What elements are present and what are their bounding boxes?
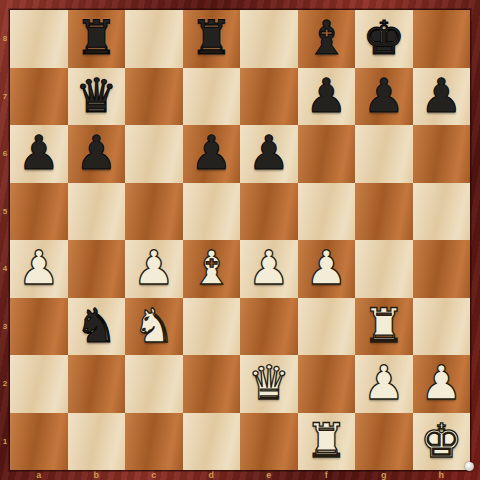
square-f1[interactable]: ♜ — [298, 413, 356, 471]
rank-label-6: 6 — [0, 125, 10, 183]
square-f3[interactable] — [298, 298, 356, 356]
square-f7[interactable]: ♟ — [298, 68, 356, 126]
square-e4[interactable]: ♟ — [240, 240, 298, 298]
board-frame: 87654321 abcdefgh ♜♜♝♚♛♟♟♟♟♟♟♟♟♟♝♟♟♞♞♜♛♟… — [0, 0, 480, 480]
file-label-d: d — [183, 470, 241, 480]
file-label-g: g — [355, 470, 413, 480]
square-e6[interactable]: ♟ — [240, 125, 298, 183]
square-a3[interactable] — [10, 298, 68, 356]
square-d1[interactable] — [183, 413, 241, 471]
black-king[interactable]: ♚ — [363, 14, 405, 61]
file-label-f: f — [298, 470, 356, 480]
square-h7[interactable]: ♟ — [413, 68, 471, 126]
square-g2[interactable]: ♟ — [355, 355, 413, 413]
file-label-e: e — [240, 470, 298, 480]
chess-board: ♜♜♝♚♛♟♟♟♟♟♟♟♟♟♝♟♟♞♞♜♛♟♟♜♚ — [10, 10, 470, 470]
rank-label-7: 7 — [0, 68, 10, 126]
file-labels: abcdefgh — [10, 470, 470, 480]
square-b5[interactable] — [68, 183, 126, 241]
square-b8[interactable]: ♜ — [68, 10, 126, 68]
square-e8[interactable] — [240, 10, 298, 68]
square-e7[interactable] — [240, 68, 298, 126]
black-queen[interactable]: ♛ — [75, 72, 117, 119]
square-c5[interactable] — [125, 183, 183, 241]
white-pawn[interactable]: ♟ — [305, 244, 347, 291]
square-c6[interactable] — [125, 125, 183, 183]
square-a5[interactable] — [10, 183, 68, 241]
white-pawn[interactable]: ♟ — [18, 244, 60, 291]
square-g4[interactable] — [355, 240, 413, 298]
square-a2[interactable] — [10, 355, 68, 413]
white-king[interactable]: ♚ — [420, 417, 462, 464]
square-h5[interactable] — [413, 183, 471, 241]
square-h8[interactable] — [413, 10, 471, 68]
square-f8[interactable]: ♝ — [298, 10, 356, 68]
square-d7[interactable] — [183, 68, 241, 126]
square-g8[interactable]: ♚ — [355, 10, 413, 68]
square-d2[interactable] — [183, 355, 241, 413]
black-pawn[interactable]: ♟ — [420, 72, 462, 119]
square-e3[interactable] — [240, 298, 298, 356]
square-f2[interactable] — [298, 355, 356, 413]
square-h2[interactable]: ♟ — [413, 355, 471, 413]
rank-label-2: 2 — [0, 355, 10, 413]
square-h3[interactable] — [413, 298, 471, 356]
file-label-a: a — [10, 470, 68, 480]
square-g6[interactable] — [355, 125, 413, 183]
white-to-move-indicator — [465, 462, 474, 471]
black-pawn[interactable]: ♟ — [248, 129, 290, 176]
rank-label-3: 3 — [0, 298, 10, 356]
square-d3[interactable] — [183, 298, 241, 356]
square-b6[interactable]: ♟ — [68, 125, 126, 183]
square-c2[interactable] — [125, 355, 183, 413]
white-pawn[interactable]: ♟ — [420, 359, 462, 406]
white-rook[interactable]: ♜ — [363, 302, 405, 349]
black-pawn[interactable]: ♟ — [75, 129, 117, 176]
black-pawn[interactable]: ♟ — [18, 129, 60, 176]
square-a8[interactable] — [10, 10, 68, 68]
square-a4[interactable]: ♟ — [10, 240, 68, 298]
rank-labels: 87654321 — [0, 10, 10, 470]
square-c1[interactable] — [125, 413, 183, 471]
square-c8[interactable] — [125, 10, 183, 68]
rank-label-8: 8 — [0, 10, 10, 68]
square-b4[interactable] — [68, 240, 126, 298]
square-e1[interactable] — [240, 413, 298, 471]
file-label-h: h — [413, 470, 471, 480]
white-pawn[interactable]: ♟ — [133, 244, 175, 291]
square-g5[interactable] — [355, 183, 413, 241]
file-label-c: c — [125, 470, 183, 480]
rank-label-5: 5 — [0, 183, 10, 241]
square-b3[interactable]: ♞ — [68, 298, 126, 356]
rank-label-1: 1 — [0, 413, 10, 471]
square-g3[interactable]: ♜ — [355, 298, 413, 356]
square-f5[interactable] — [298, 183, 356, 241]
square-e5[interactable] — [240, 183, 298, 241]
square-c3[interactable]: ♞ — [125, 298, 183, 356]
square-c7[interactable] — [125, 68, 183, 126]
black-pawn[interactable]: ♟ — [190, 129, 232, 176]
square-b1[interactable] — [68, 413, 126, 471]
white-queen[interactable]: ♛ — [248, 359, 290, 406]
square-f4[interactable]: ♟ — [298, 240, 356, 298]
square-a1[interactable] — [10, 413, 68, 471]
square-g1[interactable] — [355, 413, 413, 471]
black-rook[interactable]: ♜ — [190, 14, 232, 61]
square-d5[interactable] — [183, 183, 241, 241]
square-d6[interactable]: ♟ — [183, 125, 241, 183]
square-b2[interactable] — [68, 355, 126, 413]
square-b7[interactable]: ♛ — [68, 68, 126, 126]
square-c4[interactable]: ♟ — [125, 240, 183, 298]
black-bishop[interactable]: ♝ — [305, 14, 347, 61]
square-e2[interactable]: ♛ — [240, 355, 298, 413]
white-pawn[interactable]: ♟ — [248, 244, 290, 291]
black-pawn[interactable]: ♟ — [305, 72, 347, 119]
black-rook[interactable]: ♜ — [75, 14, 117, 61]
white-rook[interactable]: ♜ — [305, 417, 347, 464]
square-d8[interactable]: ♜ — [183, 10, 241, 68]
white-knight[interactable]: ♞ — [133, 302, 175, 349]
square-f6[interactable] — [298, 125, 356, 183]
rank-label-4: 4 — [0, 240, 10, 298]
black-knight[interactable]: ♞ — [75, 302, 117, 349]
square-a6[interactable]: ♟ — [10, 125, 68, 183]
white-pawn[interactable]: ♟ — [363, 359, 405, 406]
square-d4[interactable]: ♝ — [183, 240, 241, 298]
square-h1[interactable]: ♚ — [413, 413, 471, 471]
file-label-b: b — [68, 470, 126, 480]
black-pawn[interactable]: ♟ — [363, 72, 405, 119]
square-h6[interactable] — [413, 125, 471, 183]
square-g7[interactable]: ♟ — [355, 68, 413, 126]
white-bishop[interactable]: ♝ — [190, 244, 232, 291]
square-h4[interactable] — [413, 240, 471, 298]
square-a7[interactable] — [10, 68, 68, 126]
